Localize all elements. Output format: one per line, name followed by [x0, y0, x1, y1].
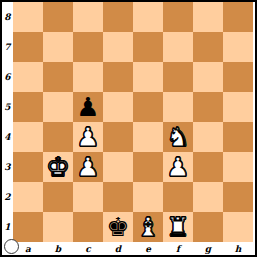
file-label-d: d	[103, 243, 133, 255]
square-f6[interactable]	[163, 62, 193, 92]
file-labels: abcdefgh	[13, 243, 253, 255]
square-b3[interactable]: ♚	[43, 152, 73, 182]
chess-diagram: 87654321 ♟♟♞♚♟♟♚♝♜ abcdefgh	[0, 0, 257, 257]
rank-label-6: 6	[2, 62, 13, 92]
black-king-piece[interactable]: ♚	[106, 212, 129, 242]
square-a3[interactable]	[13, 152, 43, 182]
square-d1[interactable]: ♚	[103, 212, 133, 242]
square-d2[interactable]	[103, 182, 133, 212]
square-c4[interactable]: ♟	[73, 122, 103, 152]
square-d8[interactable]	[103, 2, 133, 32]
square-e4[interactable]	[133, 122, 163, 152]
file-label-e: e	[133, 243, 163, 255]
square-h3[interactable]	[223, 152, 253, 182]
square-f5[interactable]	[163, 92, 193, 122]
square-a4[interactable]	[13, 122, 43, 152]
square-c2[interactable]	[73, 182, 103, 212]
square-h8[interactable]	[223, 2, 253, 32]
square-g4[interactable]	[193, 122, 223, 152]
chess-board: ♟♟♞♚♟♟♚♝♜	[13, 2, 253, 242]
square-a1[interactable]	[13, 212, 43, 242]
square-f3[interactable]: ♟	[163, 152, 193, 182]
square-a7[interactable]	[13, 32, 43, 62]
square-h4[interactable]	[223, 122, 253, 152]
square-e7[interactable]	[133, 32, 163, 62]
square-c5[interactable]: ♟	[73, 92, 103, 122]
square-b1[interactable]	[43, 212, 73, 242]
black-pawn-piece[interactable]: ♟	[76, 92, 99, 122]
white-rook-piece[interactable]: ♜	[166, 212, 189, 242]
square-h7[interactable]	[223, 32, 253, 62]
square-h2[interactable]	[223, 182, 253, 212]
square-f1[interactable]: ♜	[163, 212, 193, 242]
file-label-f: f	[163, 243, 193, 255]
square-g8[interactable]	[193, 2, 223, 32]
square-c8[interactable]	[73, 2, 103, 32]
file-label-h: h	[223, 243, 253, 255]
white-bishop-piece[interactable]: ♝	[136, 212, 159, 242]
square-h1[interactable]	[223, 212, 253, 242]
square-g5[interactable]	[193, 92, 223, 122]
file-label-c: c	[73, 243, 103, 255]
square-d5[interactable]	[103, 92, 133, 122]
rank-labels: 87654321	[2, 2, 13, 242]
square-b7[interactable]	[43, 32, 73, 62]
square-e8[interactable]	[133, 2, 163, 32]
square-b2[interactable]	[43, 182, 73, 212]
square-b4[interactable]	[43, 122, 73, 152]
square-e6[interactable]	[133, 62, 163, 92]
square-d6[interactable]	[103, 62, 133, 92]
square-e5[interactable]	[133, 92, 163, 122]
square-b5[interactable]	[43, 92, 73, 122]
square-a2[interactable]	[13, 182, 43, 212]
white-pawn-piece[interactable]: ♟	[166, 152, 189, 182]
rank-label-4: 4	[2, 122, 13, 152]
square-b8[interactable]	[43, 2, 73, 32]
square-c7[interactable]	[73, 32, 103, 62]
file-label-g: g	[193, 243, 223, 255]
square-e1[interactable]: ♝	[133, 212, 163, 242]
white-knight-piece[interactable]: ♞	[166, 122, 189, 152]
rank-label-5: 5	[2, 92, 13, 122]
square-c1[interactable]	[73, 212, 103, 242]
square-g7[interactable]	[193, 32, 223, 62]
square-f2[interactable]	[163, 182, 193, 212]
square-g6[interactable]	[193, 62, 223, 92]
rank-label-8: 8	[2, 2, 13, 32]
square-a6[interactable]	[13, 62, 43, 92]
square-f4[interactable]: ♞	[163, 122, 193, 152]
square-c6[interactable]	[73, 62, 103, 92]
square-f7[interactable]	[163, 32, 193, 62]
square-d3[interactable]	[103, 152, 133, 182]
square-f8[interactable]	[163, 2, 193, 32]
file-label-b: b	[43, 243, 73, 255]
square-g1[interactable]	[193, 212, 223, 242]
rank-label-2: 2	[2, 182, 13, 212]
square-h5[interactable]	[223, 92, 253, 122]
white-pawn-piece[interactable]: ♟	[76, 122, 99, 152]
white-to-move-indicator-icon	[4, 239, 19, 254]
square-b6[interactable]	[43, 62, 73, 92]
square-e2[interactable]	[133, 182, 163, 212]
square-g2[interactable]	[193, 182, 223, 212]
square-a5[interactable]	[13, 92, 43, 122]
square-h6[interactable]	[223, 62, 253, 92]
square-g3[interactable]	[193, 152, 223, 182]
rank-label-7: 7	[2, 32, 13, 62]
square-d7[interactable]	[103, 32, 133, 62]
square-d4[interactable]	[103, 122, 133, 152]
white-king-piece[interactable]: ♚	[46, 152, 69, 182]
square-c3[interactable]: ♟	[73, 152, 103, 182]
rank-label-3: 3	[2, 152, 13, 182]
rank-label-1: 1	[2, 212, 13, 242]
square-e3[interactable]	[133, 152, 163, 182]
white-pawn-piece[interactable]: ♟	[76, 152, 99, 182]
square-a8[interactable]	[13, 2, 43, 32]
